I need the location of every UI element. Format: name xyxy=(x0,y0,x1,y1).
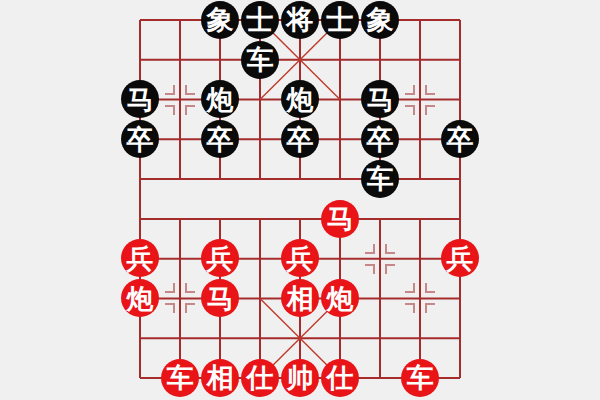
board-point-r8c6[interactable] xyxy=(360,318,400,358)
board-point-r5c4[interactable] xyxy=(280,199,320,239)
black-elephant[interactable]: 象 xyxy=(201,1,239,39)
board-point-r7c8[interactable] xyxy=(440,278,480,318)
marker-corner xyxy=(185,105,195,115)
board-point-r0c2[interactable]: 象 xyxy=(200,0,240,40)
board-point-r0c4[interactable]: 将 xyxy=(280,0,320,40)
xiangqi-app-stage: 象士将士象车马炮炮马卒卒卒卒卒车马兵兵兵兵炮马相炮车相仕帅仕车 xyxy=(0,0,600,400)
board-point-r6c3[interactable] xyxy=(240,239,280,279)
board-point-r8c5[interactable] xyxy=(320,318,360,358)
red-advisor[interactable]: 仕 xyxy=(241,359,279,397)
board-point-r7c0[interactable]: 炮 xyxy=(120,278,160,318)
board-point-r9c7[interactable]: 车 xyxy=(400,358,440,398)
board-point-r5c1[interactable] xyxy=(160,199,200,239)
board-point-r9c4[interactable]: 帅 xyxy=(280,358,320,398)
board-point-r8c2[interactable] xyxy=(200,318,240,358)
board-point-r0c6[interactable]: 象 xyxy=(360,0,400,40)
board-point-r2c2[interactable]: 炮 xyxy=(200,80,240,120)
board-point-r8c7[interactable] xyxy=(400,318,440,358)
board-point-r8c4[interactable] xyxy=(280,318,320,358)
black-horse[interactable]: 马 xyxy=(361,80,399,118)
board-point-r7c3[interactable] xyxy=(240,278,280,318)
board-point-r3c2[interactable]: 卒 xyxy=(200,119,240,159)
red-elephant[interactable]: 相 xyxy=(201,359,239,397)
board-point-r5c0[interactable] xyxy=(120,199,160,239)
board-point-r1c0[interactable] xyxy=(120,40,160,80)
board-point-r6c2[interactable]: 兵 xyxy=(200,239,240,279)
board-point-r7c2[interactable]: 马 xyxy=(200,278,240,318)
black-cannon[interactable]: 炮 xyxy=(281,80,319,118)
board-point-r9c6[interactable] xyxy=(360,358,400,398)
red-general[interactable]: 帅 xyxy=(281,359,319,397)
board-point-r6c8[interactable]: 兵 xyxy=(440,239,480,279)
board-point-r0c5[interactable]: 士 xyxy=(320,0,360,40)
board-point-r9c1[interactable]: 车 xyxy=(160,358,200,398)
marker-corner xyxy=(365,264,375,274)
board-point-r9c8[interactable] xyxy=(440,358,480,398)
marker-corner xyxy=(185,283,195,293)
black-advisor[interactable]: 士 xyxy=(321,1,359,39)
board-point-r8c1[interactable] xyxy=(160,318,200,358)
black-soldier[interactable]: 卒 xyxy=(201,120,239,158)
board-point-r3c3[interactable] xyxy=(240,119,280,159)
red-horse[interactable]: 马 xyxy=(201,279,239,317)
marker-corner xyxy=(165,105,175,115)
marker-corner xyxy=(425,85,435,95)
board-point-r3c7[interactable] xyxy=(400,119,440,159)
board-point-r1c5[interactable] xyxy=(320,40,360,80)
black-horse[interactable]: 马 xyxy=(121,80,159,118)
marker-corner xyxy=(425,283,435,293)
board-point-r4c2[interactable] xyxy=(200,159,240,199)
board-point-r6c0[interactable]: 兵 xyxy=(120,239,160,279)
board-point-r1c8[interactable] xyxy=(440,40,480,80)
red-soldier[interactable]: 兵 xyxy=(441,239,479,277)
black-soldier[interactable]: 卒 xyxy=(121,120,159,158)
board-point-r0c3[interactable]: 士 xyxy=(240,0,280,40)
black-chariot[interactable]: 车 xyxy=(361,160,399,198)
black-advisor[interactable]: 士 xyxy=(241,1,279,39)
position-marker xyxy=(405,283,435,313)
board-point-r1c2[interactable] xyxy=(200,40,240,80)
board-point-r2c5[interactable] xyxy=(320,80,360,120)
marker-corner xyxy=(165,283,175,293)
board-point-r6c4[interactable]: 兵 xyxy=(280,239,320,279)
red-soldier[interactable]: 兵 xyxy=(121,239,159,277)
board-point-r8c3[interactable] xyxy=(240,318,280,358)
board-point-r5c5[interactable]: 马 xyxy=(320,199,360,239)
board-point-r9c0[interactable] xyxy=(120,358,160,398)
board-point-r1c7[interactable] xyxy=(400,40,440,80)
board-point-r1c1[interactable] xyxy=(160,40,200,80)
board-point-r0c7[interactable] xyxy=(400,0,440,40)
marker-corner xyxy=(405,105,415,115)
board-point-r8c8[interactable] xyxy=(440,318,480,358)
xiangqi-board: 象士将士象车马炮炮马卒卒卒卒卒车马兵兵兵兵炮马相炮车相仕帅仕车 xyxy=(120,0,480,398)
board-point-r4c0[interactable] xyxy=(120,159,160,199)
position-marker xyxy=(165,85,195,115)
board-point-r3c1[interactable] xyxy=(160,119,200,159)
black-cannon[interactable]: 炮 xyxy=(201,80,239,118)
red-cannon[interactable]: 炮 xyxy=(321,279,359,317)
red-elephant[interactable]: 相 xyxy=(281,279,319,317)
board-point-r2c3[interactable] xyxy=(240,80,280,120)
black-general[interactable]: 将 xyxy=(281,1,319,39)
marker-corner xyxy=(165,303,175,313)
board-point-r6c5[interactable] xyxy=(320,239,360,279)
board-point-r0c8[interactable] xyxy=(440,0,480,40)
board-point-r9c5[interactable]: 仕 xyxy=(320,358,360,398)
board-point-r4c7[interactable] xyxy=(400,159,440,199)
board-point-r8c0[interactable] xyxy=(120,318,160,358)
board-point-r5c7[interactable] xyxy=(400,199,440,239)
marker-corner xyxy=(385,244,395,254)
marker-corner xyxy=(405,283,415,293)
board-point-r5c6[interactable] xyxy=(360,199,400,239)
marker-corner xyxy=(425,303,435,313)
board-point-r9c3[interactable]: 仕 xyxy=(240,358,280,398)
board-point-r3c0[interactable]: 卒 xyxy=(120,119,160,159)
marker-corner xyxy=(165,85,175,95)
board-point-r7c5[interactable]: 炮 xyxy=(320,278,360,318)
marker-corner xyxy=(405,85,415,95)
board-point-r3c8[interactable]: 卒 xyxy=(440,119,480,159)
marker-corner xyxy=(425,105,435,115)
marker-corner xyxy=(185,85,195,95)
black-elephant[interactable]: 象 xyxy=(361,1,399,39)
board-point-r4c3[interactable] xyxy=(240,159,280,199)
board-point-r1c3[interactable]: 车 xyxy=(240,40,280,80)
marker-corner xyxy=(405,303,415,313)
board-point-r5c3[interactable] xyxy=(240,199,280,239)
board-point-r6c1[interactable] xyxy=(160,239,200,279)
board-point-r3c4[interactable]: 卒 xyxy=(280,119,320,159)
board-point-r2c6[interactable]: 马 xyxy=(360,80,400,120)
board-point-r1c6[interactable] xyxy=(360,40,400,80)
board-point-r3c5[interactable] xyxy=(320,119,360,159)
marker-corner xyxy=(365,244,375,254)
position-marker xyxy=(365,244,395,274)
black-soldier[interactable]: 卒 xyxy=(441,120,479,158)
red-horse[interactable]: 马 xyxy=(321,200,359,238)
black-soldier[interactable]: 卒 xyxy=(361,120,399,158)
position-marker xyxy=(165,283,195,313)
position-marker xyxy=(405,85,435,115)
board-point-r4c5[interactable] xyxy=(320,159,360,199)
board-point-r7c6[interactable] xyxy=(360,278,400,318)
board-point-r3c6[interactable]: 卒 xyxy=(360,119,400,159)
board-point-r5c8[interactable] xyxy=(440,199,480,239)
marker-corner xyxy=(385,264,395,274)
board-point-r5c2[interactable] xyxy=(200,199,240,239)
board-point-r2c4[interactable]: 炮 xyxy=(280,80,320,120)
board-point-r4c4[interactable] xyxy=(280,159,320,199)
board-point-r2c8[interactable] xyxy=(440,80,480,120)
red-cannon[interactable]: 炮 xyxy=(121,279,159,317)
red-chariot[interactable]: 车 xyxy=(161,359,199,397)
board-point-r4c8[interactable] xyxy=(440,159,480,199)
marker-corner xyxy=(185,303,195,313)
red-soldier[interactable]: 兵 xyxy=(281,239,319,277)
black-soldier[interactable]: 卒 xyxy=(281,120,319,158)
red-chariot[interactable]: 车 xyxy=(401,359,439,397)
board-point-r0c1[interactable] xyxy=(160,0,200,40)
board-point-r2c0[interactable]: 马 xyxy=(120,80,160,120)
board-point-r4c1[interactable] xyxy=(160,159,200,199)
black-chariot[interactable]: 车 xyxy=(241,41,279,79)
board-point-r1c4[interactable] xyxy=(280,40,320,80)
board-point-r0c0[interactable] xyxy=(120,0,160,40)
red-soldier[interactable]: 兵 xyxy=(201,239,239,277)
board-point-r9c2[interactable]: 相 xyxy=(200,358,240,398)
board-point-r7c4[interactable]: 相 xyxy=(280,278,320,318)
red-advisor[interactable]: 仕 xyxy=(321,359,359,397)
board-point-r4c6[interactable]: 车 xyxy=(360,159,400,199)
board-point-r6c7[interactable] xyxy=(400,239,440,279)
